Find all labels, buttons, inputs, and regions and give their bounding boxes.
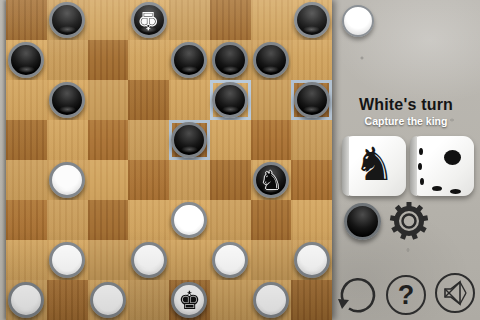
black-checker[interactable] (49, 2, 85, 38)
white-checker[interactable] (49, 162, 85, 198)
white-checker[interactable] (131, 242, 167, 278)
square-r7c3[interactable] (128, 280, 169, 320)
white-king[interactable]: ♚ (171, 282, 207, 318)
square-r5c2[interactable] (88, 200, 129, 240)
die-side-pip (419, 148, 423, 155)
help-button[interactable]: ? (386, 275, 426, 315)
black-checker[interactable] (212, 42, 248, 78)
game-board: ♚♞♚ (6, 0, 332, 320)
square-r7c7[interactable] (291, 280, 332, 320)
square-r6c1[interactable] (47, 240, 88, 280)
gear-icon[interactable] (387, 199, 431, 243)
white-checker[interactable] (253, 282, 289, 318)
square-r4c6[interactable]: ♞ (251, 160, 292, 200)
square-r0c5[interactable] (210, 0, 251, 40)
white-turn-indicator (342, 5, 374, 37)
status-title: White's turn (332, 96, 480, 114)
square-r2c1[interactable] (47, 80, 88, 120)
square-r1c5[interactable] (210, 40, 251, 80)
white-king-glyph: ♚ (178, 288, 200, 313)
square-r0c0[interactable] (6, 0, 47, 40)
black-checker[interactable] (294, 2, 330, 38)
square-r3c6[interactable] (251, 120, 292, 160)
square-r2c0[interactable] (6, 80, 47, 120)
square-r6c5[interactable] (210, 240, 251, 280)
black-knight-icon: ♞ (353, 141, 394, 187)
speaker-icon (437, 275, 473, 311)
white-checker[interactable] (49, 242, 85, 278)
black-checker[interactable] (171, 42, 207, 78)
square-r4c0[interactable] (6, 160, 47, 200)
square-r7c6[interactable] (251, 280, 292, 320)
square-r4c7[interactable] (291, 160, 332, 200)
square-r3c7[interactable] (291, 120, 332, 160)
black-checker[interactable] (212, 82, 248, 118)
square-r4c5[interactable] (210, 160, 251, 200)
square-r6c6[interactable] (251, 240, 292, 280)
square-r3c5[interactable] (210, 120, 251, 160)
die-side-pip (420, 178, 424, 185)
square-r1c1[interactable] (47, 40, 88, 80)
die-bottom-pip (432, 186, 442, 191)
black-knight[interactable]: ♞ (253, 162, 289, 198)
white-checker[interactable] (8, 282, 44, 318)
die-tile (410, 136, 474, 196)
white-checker[interactable] (171, 202, 207, 238)
die-pip (444, 150, 461, 165)
black-king-glyph: ♚ (137, 8, 159, 33)
square-r2c7[interactable] (291, 80, 332, 120)
black-player-indicator (344, 203, 381, 240)
square-r4c2[interactable] (88, 160, 129, 200)
square-r3c2[interactable] (88, 120, 129, 160)
black-checker[interactable] (8, 42, 44, 78)
square-r5c4[interactable] (169, 200, 210, 240)
square-r7c1[interactable] (47, 280, 88, 320)
black-checker[interactable] (49, 82, 85, 118)
square-r5c5[interactable] (210, 200, 251, 240)
square-r1c2[interactable] (88, 40, 129, 80)
square-r3c4[interactable] (169, 120, 210, 160)
square-r3c3[interactable] (128, 120, 169, 160)
status-subtitle: Capture the king (332, 115, 480, 127)
square-r5c6[interactable] (251, 200, 292, 240)
white-checker[interactable] (212, 242, 248, 278)
square-r3c1[interactable] (47, 120, 88, 160)
square-r0c7[interactable] (291, 0, 332, 40)
square-r5c7[interactable] (291, 200, 332, 240)
square-r0c4[interactable] (169, 0, 210, 40)
square-r2c4[interactable] (169, 80, 210, 120)
square-r7c0[interactable] (6, 280, 47, 320)
square-r0c2[interactable] (88, 0, 129, 40)
square-r1c6[interactable] (251, 40, 292, 80)
square-r6c4[interactable] (169, 240, 210, 280)
square-r2c3[interactable] (128, 80, 169, 120)
square-r0c6[interactable] (251, 0, 292, 40)
black-checker[interactable] (171, 122, 207, 158)
square-r4c1[interactable] (47, 160, 88, 200)
square-r2c5[interactable] (210, 80, 251, 120)
square-r6c0[interactable] (6, 240, 47, 280)
square-r3c0[interactable] (6, 120, 47, 160)
die-side-pip (418, 163, 422, 170)
white-checker[interactable] (90, 282, 126, 318)
square-r2c6[interactable] (251, 80, 292, 120)
square-r6c7[interactable] (291, 240, 332, 280)
square-r2c2[interactable] (88, 80, 129, 120)
square-r4c4[interactable] (169, 160, 210, 200)
white-checker[interactable] (294, 242, 330, 278)
black-checker[interactable] (294, 82, 330, 118)
square-r5c3[interactable] (128, 200, 169, 240)
square-r6c3[interactable] (128, 240, 169, 280)
square-r4c3[interactable] (128, 160, 169, 200)
die-bottom-pip (450, 189, 461, 194)
square-r6c2[interactable] (88, 240, 129, 280)
game-screen: ♚♞♚ White's turn Capture the king ♞ (0, 0, 480, 320)
square-r0c3[interactable]: ♚ (128, 0, 169, 40)
square-r0c1[interactable] (47, 0, 88, 40)
square-r7c4[interactable]: ♚ (169, 280, 210, 320)
black-king[interactable]: ♚ (131, 2, 167, 38)
help-label: ? (398, 280, 415, 311)
square-r1c7[interactable] (291, 40, 332, 80)
undo-button[interactable] (337, 275, 377, 315)
sound-button[interactable] (435, 273, 475, 313)
square-r1c0[interactable] (6, 40, 47, 80)
black-knight-glyph: ♞ (260, 168, 282, 193)
square-r1c3[interactable] (128, 40, 169, 80)
square-r1c4[interactable] (169, 40, 210, 80)
rolled-piece-tile: ♞ (342, 136, 406, 196)
square-r5c0[interactable] (6, 200, 47, 240)
square-r5c1[interactable] (47, 200, 88, 240)
black-checker[interactable] (253, 42, 289, 78)
square-r7c2[interactable] (88, 280, 129, 320)
square-r7c5[interactable] (210, 280, 251, 320)
